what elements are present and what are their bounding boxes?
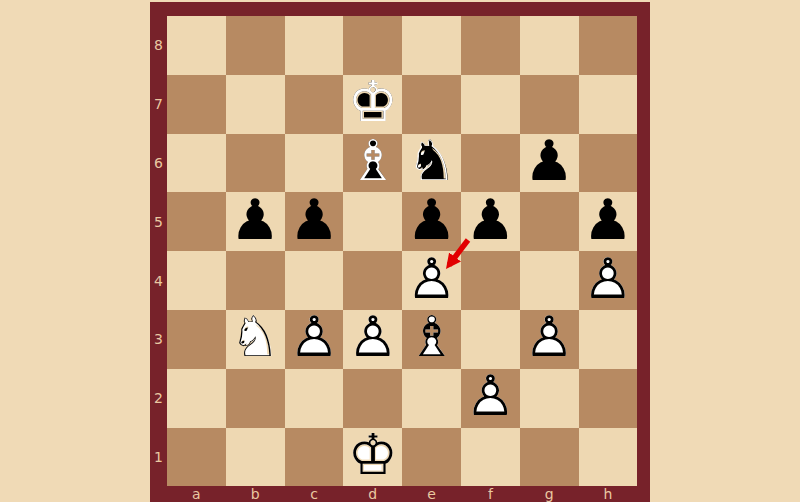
square-c6[interactable] bbox=[285, 134, 344, 193]
rank-label-3: 3 bbox=[150, 310, 167, 369]
white-pawn[interactable]: ♟♙ bbox=[402, 251, 461, 310]
square-d2[interactable] bbox=[343, 369, 402, 428]
square-f7[interactable] bbox=[461, 75, 520, 134]
black-bishop[interactable]: ♝♗ bbox=[343, 134, 402, 193]
square-g5[interactable] bbox=[520, 192, 579, 251]
square-c2[interactable] bbox=[285, 369, 344, 428]
square-d7[interactable]: ♚♔ bbox=[343, 75, 402, 134]
white-pawn[interactable]: ♟♙ bbox=[579, 251, 638, 310]
square-h6[interactable] bbox=[579, 134, 638, 193]
square-e6[interactable]: ♞♘ bbox=[402, 134, 461, 193]
square-f1[interactable] bbox=[461, 428, 520, 487]
square-g8[interactable] bbox=[520, 16, 579, 75]
file-label-a: a bbox=[167, 486, 226, 502]
white-pawn[interactable]: ♟♙ bbox=[461, 369, 520, 428]
square-g7[interactable] bbox=[520, 75, 579, 134]
rank-label-2: 2 bbox=[150, 369, 167, 428]
square-h8[interactable] bbox=[579, 16, 638, 75]
square-h2[interactable] bbox=[579, 369, 638, 428]
rank-label-8: 8 bbox=[150, 16, 167, 75]
square-f5[interactable]: ♟ bbox=[461, 192, 520, 251]
square-c1[interactable] bbox=[285, 428, 344, 487]
square-d1[interactable]: ♚♔ bbox=[343, 428, 402, 487]
square-e3[interactable]: ♝♗ bbox=[402, 310, 461, 369]
square-c8[interactable] bbox=[285, 16, 344, 75]
square-b3[interactable]: ♞♘ bbox=[226, 310, 285, 369]
square-b7[interactable] bbox=[226, 75, 285, 134]
square-a7[interactable] bbox=[167, 75, 226, 134]
square-b8[interactable] bbox=[226, 16, 285, 75]
square-c7[interactable] bbox=[285, 75, 344, 134]
square-e8[interactable] bbox=[402, 16, 461, 75]
square-e4[interactable]: ♟♙ bbox=[402, 251, 461, 310]
white-king[interactable]: ♚♔ bbox=[343, 428, 402, 487]
square-d4[interactable] bbox=[343, 251, 402, 310]
white-pawn[interactable]: ♟♙ bbox=[520, 310, 579, 369]
black-pawn[interactable]: ♟ bbox=[520, 134, 579, 193]
square-e7[interactable] bbox=[402, 75, 461, 134]
square-b2[interactable] bbox=[226, 369, 285, 428]
square-b5[interactable]: ♟ bbox=[226, 192, 285, 251]
square-h3[interactable] bbox=[579, 310, 638, 369]
square-e2[interactable] bbox=[402, 369, 461, 428]
file-label-e: e bbox=[402, 486, 461, 502]
white-knight[interactable]: ♞♘ bbox=[226, 310, 285, 369]
rank-label-4: 4 bbox=[150, 251, 167, 310]
black-pawn[interactable]: ♟ bbox=[402, 192, 461, 251]
square-f6[interactable] bbox=[461, 134, 520, 193]
square-g2[interactable] bbox=[520, 369, 579, 428]
square-e5[interactable]: ♟ bbox=[402, 192, 461, 251]
square-c3[interactable]: ♟♙ bbox=[285, 310, 344, 369]
square-g3[interactable]: ♟♙ bbox=[520, 310, 579, 369]
file-label-h: h bbox=[579, 486, 638, 502]
rank-label-6: 6 bbox=[150, 134, 167, 193]
square-b6[interactable] bbox=[226, 134, 285, 193]
square-a3[interactable] bbox=[167, 310, 226, 369]
square-d3[interactable]: ♟♙ bbox=[343, 310, 402, 369]
square-a6[interactable] bbox=[167, 134, 226, 193]
square-h4[interactable]: ♟♙ bbox=[579, 251, 638, 310]
black-pawn[interactable]: ♟ bbox=[461, 192, 520, 251]
file-label-c: c bbox=[285, 486, 344, 502]
black-knight[interactable]: ♞♘ bbox=[402, 134, 461, 193]
black-pawn[interactable]: ♟ bbox=[579, 192, 638, 251]
square-a4[interactable] bbox=[167, 251, 226, 310]
white-bishop[interactable]: ♝♗ bbox=[402, 310, 461, 369]
square-c5[interactable]: ♟ bbox=[285, 192, 344, 251]
file-label-g: g bbox=[520, 486, 579, 502]
square-f8[interactable] bbox=[461, 16, 520, 75]
square-a5[interactable] bbox=[167, 192, 226, 251]
square-h1[interactable] bbox=[579, 428, 638, 487]
white-pawn[interactable]: ♟♙ bbox=[285, 310, 344, 369]
black-pawn[interactable]: ♟ bbox=[285, 192, 344, 251]
file-label-d: d bbox=[343, 486, 402, 502]
square-a8[interactable] bbox=[167, 16, 226, 75]
square-b1[interactable] bbox=[226, 428, 285, 487]
file-label-f: f bbox=[461, 486, 520, 502]
chess-board: ♚♔♝♗♞♘♟♟♟♟♟♟♟♙♟♙♞♘♟♙♟♙♝♗♟♙♟♙♚♔ bbox=[167, 16, 637, 486]
square-d6[interactable]: ♝♗ bbox=[343, 134, 402, 193]
white-pawn[interactable]: ♟♙ bbox=[343, 310, 402, 369]
square-g6[interactable]: ♟ bbox=[520, 134, 579, 193]
page-background: { "game": "chess", "position": "8/3k4/3b… bbox=[0, 0, 800, 502]
rank-label-7: 7 bbox=[150, 75, 167, 134]
square-b4[interactable] bbox=[226, 251, 285, 310]
square-g1[interactable] bbox=[520, 428, 579, 487]
rank-label-5: 5 bbox=[150, 192, 167, 251]
square-h7[interactable] bbox=[579, 75, 638, 134]
square-c4[interactable] bbox=[285, 251, 344, 310]
black-king[interactable]: ♚♔ bbox=[343, 75, 402, 134]
black-pawn[interactable]: ♟ bbox=[226, 192, 285, 251]
square-a1[interactable] bbox=[167, 428, 226, 487]
square-e1[interactable] bbox=[402, 428, 461, 487]
square-d5[interactable] bbox=[343, 192, 402, 251]
square-d8[interactable] bbox=[343, 16, 402, 75]
square-f3[interactable] bbox=[461, 310, 520, 369]
square-f2[interactable]: ♟♙ bbox=[461, 369, 520, 428]
chess-board-frame: ♚♔♝♗♞♘♟♟♟♟♟♟♟♙♟♙♞♘♟♙♟♙♝♗♟♙♟♙♚♔ 87654321 … bbox=[150, 2, 650, 502]
rank-label-1: 1 bbox=[150, 428, 167, 487]
square-f4[interactable] bbox=[461, 251, 520, 310]
square-h5[interactable]: ♟ bbox=[579, 192, 638, 251]
square-a2[interactable] bbox=[167, 369, 226, 428]
file-label-b: b bbox=[226, 486, 285, 502]
square-g4[interactable] bbox=[520, 251, 579, 310]
